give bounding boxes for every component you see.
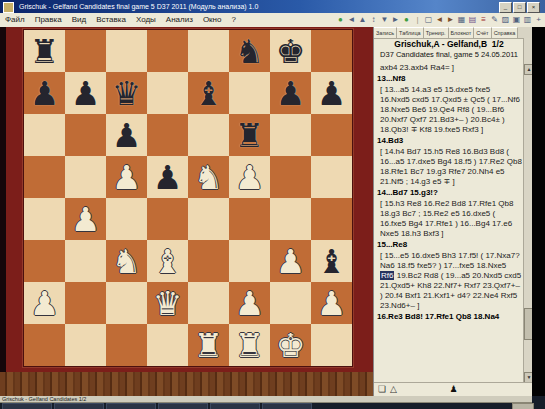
square-e4[interactable] <box>188 198 229 240</box>
square-e3[interactable] <box>188 240 229 282</box>
black-pawn[interactable]: ♟ <box>270 72 311 114</box>
square-c2[interactable] <box>106 282 147 324</box>
close-button[interactable]: × <box>527 2 540 13</box>
taskbar-button[interactable] <box>210 403 260 409</box>
menu-item-6[interactable]: Анализ <box>161 13 198 26</box>
mainline-moves[interactable]: 14.Bd3 <box>377 136 522 146</box>
white-king[interactable]: ♚ <box>270 324 311 366</box>
taskbar-button[interactable] <box>106 403 156 409</box>
square-h2[interactable]: ♟ <box>311 282 352 324</box>
board-setup-icon[interactable]: ▨ <box>500 13 511 26</box>
black-king[interactable]: ♚ <box>270 30 311 72</box>
notation-panel: ЗаписьТаблицаТренир.БлокнотСчётСправка G… <box>373 27 533 396</box>
window-icon[interactable]: ❏ <box>378 383 386 395</box>
engine-stop-icon[interactable]: ● <box>401 13 412 26</box>
black-bishop[interactable]: ♝ <box>188 72 229 114</box>
square-g5[interactable] <box>270 156 311 198</box>
square-f6[interactable]: ♜ <box>229 114 270 156</box>
square-h5[interactable] <box>311 156 352 198</box>
variation-moves[interactable]: [ 14.h4 Bd7 15.h5 Re8 16.Bd3 Bd8 ( 16...… <box>377 147 522 187</box>
black-pawn[interactable]: ♟ <box>106 114 147 156</box>
takeback-icon[interactable]: ◄ <box>434 13 445 26</box>
square-c5[interactable]: ♟ <box>106 156 147 198</box>
title-bar[interactable]: Grischuk - Gelfand Candidates final game… <box>0 0 545 13</box>
square-a8[interactable]: ♜ <box>24 30 65 72</box>
black-pawn[interactable]: ♟ <box>311 72 352 114</box>
menu-item-3[interactable]: Вид <box>67 13 91 26</box>
taskbar-app-button[interactable]: Grischuk - Gelfand Candidates 1/2 <box>2 396 86 402</box>
toolbar-separator[interactable]: | <box>412 13 423 26</box>
app-icon <box>3 2 14 13</box>
square-b7[interactable]: ♟ <box>65 72 106 114</box>
window-edge <box>0 27 6 372</box>
square-d5[interactable]: ♟ <box>147 156 188 198</box>
black-pawn[interactable]: ♟ <box>24 72 65 114</box>
taskbar-button[interactable] <box>54 403 104 409</box>
square-g4[interactable] <box>270 198 311 240</box>
white-rook[interactable]: ♜ <box>188 324 229 366</box>
new-game-icon[interactable]: ▢ <box>423 13 434 26</box>
square-c1[interactable] <box>106 324 147 366</box>
menu-item-8[interactable]: ? <box>226 13 240 26</box>
white-pawn[interactable]: ♟ <box>24 282 65 324</box>
square-d8[interactable] <box>147 30 188 72</box>
square-g6[interactable] <box>270 114 311 156</box>
move-list[interactable]: axb4 23.axb4 Ra4= ]13...Nf8[ 13...a5 14.… <box>377 63 522 382</box>
tab-5[interactable]: Счёт <box>474 27 491 38</box>
square-c6[interactable]: ♟ <box>106 114 147 156</box>
square-c3[interactable]: ♞ <box>106 240 147 282</box>
white-bishop[interactable]: ♝ <box>147 240 188 282</box>
white-knight[interactable]: ♞ <box>188 156 229 198</box>
mainline-moves[interactable]: 14...Bd7 15.g3!? <box>377 188 522 198</box>
square-d2[interactable]: ♛ <box>147 282 188 324</box>
game-details-line: D37 Candidates final, game 5 24.05.2011 <box>374 50 524 60</box>
square-a4[interactable] <box>24 198 65 240</box>
white-pawn[interactable]: ♟ <box>65 198 106 240</box>
black-pawn[interactable]: ♟ <box>147 156 188 198</box>
white-pawn[interactable]: ♟ <box>270 240 311 282</box>
nav-updown-icon[interactable]: ↕ <box>368 13 379 26</box>
game-header: Grischuk,A - Gelfand,B 1/2 D37 Candidate… <box>374 38 524 61</box>
square-f4[interactable] <box>229 198 270 240</box>
nav-down-icon[interactable]: ▼ <box>379 13 390 26</box>
menu-item-7[interactable]: Окно <box>198 13 227 26</box>
square-d4[interactable] <box>147 198 188 240</box>
system-tray[interactable] <box>512 403 534 409</box>
white-rook[interactable]: ♜ <box>229 324 270 366</box>
menu-item-4[interactable]: Вставка <box>91 13 131 26</box>
pawn-icon[interactable]: ♟ <box>449 383 457 395</box>
white-queen[interactable]: ♛ <box>147 282 188 324</box>
mainline-moves[interactable]: 13...Nf8 <box>377 74 522 84</box>
taskbar-button[interactable] <box>262 403 312 409</box>
square-a2[interactable]: ♟ <box>24 282 65 324</box>
black-knight[interactable]: ♞ <box>229 30 270 72</box>
square-a7[interactable]: ♟ <box>24 72 65 114</box>
selected-move[interactable]: Rf6 <box>380 271 394 280</box>
square-a1[interactable] <box>24 324 65 366</box>
square-g2[interactable] <box>270 282 311 324</box>
maximize-button[interactable]: □ <box>513 2 526 13</box>
notation-footer: ❏△♟ <box>374 382 533 396</box>
square-f2[interactable]: ♟ <box>229 282 270 324</box>
square-e5[interactable]: ♞ <box>188 156 229 198</box>
white-pawn[interactable]: ♟ <box>106 156 147 198</box>
square-b5[interactable] <box>65 156 106 198</box>
database-icon[interactable]: ▤ <box>467 13 478 26</box>
variation-moves[interactable]: axb4 23.axb4 Ra4= ] <box>377 63 522 73</box>
analysis-icon[interactable]: ▣ <box>511 13 522 26</box>
variation-moves[interactable]: [ 15...e5 16.dxe5 Bh3 17.f5! ( 17.Nxa7? … <box>377 251 522 311</box>
square-e7[interactable]: ♝ <box>188 72 229 114</box>
mainline-moves[interactable]: 16.Re3 Bd8! 17.Rfe1 Qb8 18.Na4 <box>377 312 522 322</box>
square-h8[interactable] <box>311 30 352 72</box>
square-g3[interactable]: ♟ <box>270 240 311 282</box>
square-f8[interactable]: ♞ <box>229 30 270 72</box>
menu-item-2[interactable]: Правка <box>30 13 67 26</box>
white-pawn[interactable]: ♟ <box>229 282 270 324</box>
board-window: ♜♞♚♟♟♛♝♟♟♟♜♟♟♞♟♟♞♝♟♝♟♛♟♟♜♜♚ <box>0 27 373 396</box>
wood-table-texture <box>0 372 373 396</box>
black-rook[interactable]: ♜ <box>24 30 65 72</box>
minimize-button[interactable]: _ <box>499 2 512 13</box>
square-d1[interactable] <box>147 324 188 366</box>
square-f3[interactable] <box>229 240 270 282</box>
square-f7[interactable] <box>229 72 270 114</box>
tab-4[interactable]: Блокнот <box>449 27 475 38</box>
square-c8[interactable] <box>106 30 147 72</box>
square-e8[interactable] <box>188 30 229 72</box>
white-pawn[interactable]: ♟ <box>229 156 270 198</box>
square-c4[interactable] <box>106 198 147 240</box>
square-h3[interactable]: ♝ <box>311 240 352 282</box>
toolbar: ●◄▲↕▼►●|▢◄►▦▤≡✎▨▣▥+ <box>335 13 544 26</box>
square-b3[interactable] <box>65 240 106 282</box>
square-d7[interactable] <box>147 72 188 114</box>
application-window: Grischuk - Gelfand Candidates final game… <box>0 0 545 409</box>
nav-up-icon[interactable]: ▲ <box>357 13 368 26</box>
triangle-icon[interactable]: △ <box>390 383 397 395</box>
taskbar: Grischuk - Gelfand Candidates 1/2 <box>0 396 545 409</box>
edit-icon[interactable]: ✎ <box>489 13 500 26</box>
black-bishop[interactable]: ♝ <box>311 240 352 282</box>
taskbar-strip: Grischuk - Gelfand Candidates 1/2 <box>0 396 532 403</box>
square-g8[interactable]: ♚ <box>270 30 311 72</box>
square-c7[interactable]: ♛ <box>106 72 147 114</box>
players-result-line: Grischuk,A - Gelfand,B 1/2 <box>374 38 524 50</box>
square-f1[interactable]: ♜ <box>229 324 270 366</box>
nav-forward-icon[interactable]: ► <box>390 13 401 26</box>
square-a3[interactable] <box>24 240 65 282</box>
taskbar-button[interactable] <box>2 403 52 409</box>
square-g1[interactable]: ♚ <box>270 324 311 366</box>
screen-black-edge <box>532 27 545 409</box>
square-b2[interactable] <box>65 282 106 324</box>
variation-moves[interactable]: [ 13...a5 14.a3 e5 15.dxe5 fxe5 16.Nxd5 … <box>377 85 522 135</box>
square-h4[interactable] <box>311 198 352 240</box>
square-e2[interactable] <box>188 282 229 324</box>
square-a6[interactable] <box>24 114 65 156</box>
menu-item-5[interactable]: Ходы <box>131 13 161 26</box>
square-e6[interactable] <box>188 114 229 156</box>
save-icon[interactable]: ▦ <box>456 13 467 26</box>
black-rook[interactable]: ♜ <box>229 114 270 156</box>
square-b4[interactable]: ♟ <box>65 198 106 240</box>
black-queen[interactable]: ♛ <box>106 72 147 114</box>
menu-bar: ФайлПравкаВидВставкаХодыАнализОкно? ●◄▲↕… <box>0 13 545 28</box>
white-pawn[interactable]: ♟ <box>311 282 352 324</box>
variation-moves[interactable]: [ 15.h3 Re8 16.Re2 Bd8 17.Rfe1 Qb8 18.g3… <box>377 199 522 239</box>
window-title: Grischuk - Gelfand Candidates final game… <box>19 3 258 10</box>
square-e1[interactable]: ♜ <box>188 324 229 366</box>
square-g7[interactable]: ♟ <box>270 72 311 114</box>
mainline-moves[interactable]: 15...Re8 <box>377 240 522 250</box>
tab-2[interactable]: Таблица <box>397 27 424 38</box>
menu-item-1[interactable]: Файл <box>0 13 30 26</box>
add-icon[interactable]: + <box>533 13 544 26</box>
white-knight[interactable]: ♞ <box>106 240 147 282</box>
square-h6[interactable] <box>311 114 352 156</box>
tab-6[interactable]: Справка <box>492 27 519 38</box>
tab-3[interactable]: Тренир. <box>424 27 449 38</box>
engine-start-icon[interactable]: ● <box>335 13 346 26</box>
square-b8[interactable] <box>65 30 106 72</box>
nav-back-icon[interactable]: ◄ <box>346 13 357 26</box>
square-h7[interactable]: ♟ <box>311 72 352 114</box>
tab-1[interactable]: Запись <box>374 27 397 38</box>
black-pawn[interactable]: ♟ <box>65 72 106 114</box>
chess-board[interactable]: ♜♞♚♟♟♛♝♟♟♟♜♟♟♞♟♟♞♝♟♝♟♛♟♟♜♜♚ <box>23 29 353 367</box>
square-b1[interactable] <box>65 324 106 366</box>
square-h1[interactable] <box>311 324 352 366</box>
taskbar-button[interactable] <box>158 403 208 409</box>
square-d3[interactable]: ♝ <box>147 240 188 282</box>
notation-icon[interactable]: ≡ <box>478 13 489 26</box>
square-f5[interactable]: ♟ <box>229 156 270 198</box>
square-b6[interactable] <box>65 114 106 156</box>
square-a5[interactable] <box>24 156 65 198</box>
square-d6[interactable] <box>147 114 188 156</box>
flip-icon[interactable]: ▥ <box>522 13 533 26</box>
replay-icon[interactable]: ► <box>445 13 456 26</box>
